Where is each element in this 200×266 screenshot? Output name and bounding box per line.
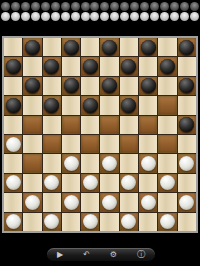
white-tray-piece — [170, 12, 179, 21]
black-tray-piece — [21, 2, 30, 11]
square-32[interactable] — [62, 154, 80, 172]
square-13[interactable] — [100, 77, 118, 95]
black-tray-piece — [31, 2, 40, 11]
black-tray-piece — [140, 2, 149, 11]
light-square-r4c10 — [178, 96, 196, 114]
light-square-r10c4 — [62, 213, 80, 231]
black-man[interactable] — [6, 98, 21, 113]
piece-trays — [0, 2, 200, 22]
black-man[interactable] — [64, 40, 79, 55]
black-man[interactable] — [25, 40, 40, 55]
black-tray-piece — [1, 2, 10, 11]
white-tray-piece — [160, 12, 169, 21]
black-man[interactable] — [179, 117, 194, 132]
white-man[interactable] — [25, 195, 40, 210]
light-square-r5c5 — [81, 116, 99, 134]
square-34[interactable] — [139, 154, 157, 172]
light-square-r2c8 — [139, 57, 157, 75]
square-19[interactable] — [120, 96, 138, 114]
white-man[interactable] — [102, 156, 117, 171]
light-square-r10c10 — [178, 213, 196, 231]
square-30[interactable] — [158, 135, 176, 153]
white-tray-piece — [71, 12, 80, 21]
black-tray-piece — [100, 2, 109, 11]
white-tray-piece — [21, 12, 30, 21]
square-12[interactable] — [62, 77, 80, 95]
black-man[interactable] — [141, 40, 156, 55]
black-man[interactable] — [64, 78, 79, 93]
black-man[interactable] — [102, 40, 117, 55]
square-44[interactable] — [139, 193, 157, 211]
black-tray-piece — [61, 2, 70, 11]
white-man[interactable] — [83, 214, 98, 229]
light-square-r9c1 — [4, 193, 22, 211]
toolbar: ▶↶⚙ⓘ — [47, 248, 155, 261]
black-man[interactable] — [121, 59, 136, 74]
white-tray-piece — [120, 12, 129, 21]
square-22[interactable] — [62, 116, 80, 134]
light-square-r2c4 — [62, 57, 80, 75]
square-27[interactable] — [43, 135, 61, 153]
light-square-r1c7 — [120, 38, 138, 56]
black-tray-piece — [180, 2, 189, 11]
light-square-r4c6 — [100, 96, 118, 114]
white-man[interactable] — [179, 156, 194, 171]
info-button[interactable]: ⓘ — [137, 251, 145, 259]
black-man[interactable] — [141, 78, 156, 93]
light-square-r8c10 — [178, 174, 196, 192]
white-man[interactable] — [6, 214, 21, 229]
square-47[interactable] — [43, 213, 61, 231]
square-42[interactable] — [62, 193, 80, 211]
black-man[interactable] — [83, 98, 98, 113]
light-square-r6c6 — [100, 135, 118, 153]
square-25[interactable] — [178, 116, 196, 134]
white-tray-piece — [31, 12, 40, 21]
square-33[interactable] — [100, 154, 118, 172]
white-man[interactable] — [160, 214, 175, 229]
light-square-r7c5 — [81, 154, 99, 172]
square-1[interactable] — [23, 38, 41, 56]
square-7[interactable] — [43, 57, 61, 75]
black-man[interactable] — [83, 59, 98, 74]
settings-icon: ⚙ — [110, 250, 117, 258]
square-15[interactable] — [178, 77, 196, 95]
white-tray-piece — [140, 12, 149, 21]
light-square-r6c2 — [23, 135, 41, 153]
light-square-r8c4 — [62, 174, 80, 192]
tray-white — [0, 12, 200, 22]
black-tray-piece — [170, 2, 179, 11]
light-square-r5c1 — [4, 116, 22, 134]
square-10[interactable] — [158, 57, 176, 75]
undo-icon: ↶ — [83, 250, 90, 258]
square-21[interactable] — [23, 116, 41, 134]
light-square-r2c2 — [23, 57, 41, 75]
light-square-r7c9 — [158, 154, 176, 172]
black-man[interactable] — [44, 98, 59, 113]
square-6[interactable] — [4, 57, 22, 75]
info-icon: ⓘ — [137, 250, 145, 258]
light-square-r10c8 — [139, 213, 157, 231]
white-tray-piece — [1, 12, 10, 21]
light-square-r3c7 — [120, 77, 138, 95]
light-square-r6c4 — [62, 135, 80, 153]
square-5[interactable] — [178, 38, 196, 56]
light-square-r8c8 — [139, 174, 157, 192]
black-man[interactable] — [179, 40, 194, 55]
square-20[interactable] — [158, 96, 176, 114]
square-8[interactable] — [81, 57, 99, 75]
light-square-r9c9 — [158, 193, 176, 211]
square-23[interactable] — [100, 116, 118, 134]
white-tray-piece — [130, 12, 139, 21]
square-16[interactable] — [4, 96, 22, 114]
light-square-r4c2 — [23, 96, 41, 114]
light-square-r4c4 — [62, 96, 80, 114]
light-square-r1c3 — [43, 38, 61, 56]
black-man[interactable] — [121, 98, 136, 113]
white-man[interactable] — [44, 214, 59, 229]
square-45[interactable] — [178, 193, 196, 211]
square-49[interactable] — [120, 213, 138, 231]
light-square-r6c8 — [139, 135, 157, 153]
draughts-board[interactable] — [2, 36, 198, 233]
white-man[interactable] — [64, 195, 79, 210]
white-tray-piece — [150, 12, 159, 21]
square-14[interactable] — [139, 77, 157, 95]
white-man[interactable] — [83, 175, 98, 190]
square-26[interactable] — [4, 135, 22, 153]
black-tray-piece — [150, 2, 159, 11]
square-28[interactable] — [81, 135, 99, 153]
app-screen: ▶↶⚙ⓘ — [0, 0, 200, 266]
light-square-r3c1 — [4, 77, 22, 95]
black-tray-piece — [51, 2, 60, 11]
black-tray-piece — [110, 2, 119, 11]
play-button[interactable]: ▶ — [57, 251, 63, 259]
white-man[interactable] — [44, 175, 59, 190]
square-43[interactable] — [100, 193, 118, 211]
light-square-r3c5 — [81, 77, 99, 95]
square-38[interactable] — [81, 174, 99, 192]
square-39[interactable] — [120, 174, 138, 192]
white-man[interactable] — [141, 195, 156, 210]
black-tray-piece — [11, 2, 20, 11]
light-square-r10c6 — [100, 213, 118, 231]
light-square-r7c7 — [120, 154, 138, 172]
white-man[interactable] — [6, 137, 21, 152]
square-46[interactable] — [4, 213, 22, 231]
white-tray-piece — [100, 12, 109, 21]
black-tray-piece — [90, 2, 99, 11]
settings-button[interactable]: ⚙ — [110, 251, 117, 259]
white-man[interactable] — [179, 195, 194, 210]
light-square-r9c7 — [120, 193, 138, 211]
white-tray-piece — [61, 12, 70, 21]
light-square-r10c2 — [23, 213, 41, 231]
square-40[interactable] — [158, 174, 176, 192]
square-36[interactable] — [4, 174, 22, 192]
square-11[interactable] — [23, 77, 41, 95]
play-icon: ▶ — [57, 250, 63, 258]
black-man[interactable] — [44, 59, 59, 74]
square-3[interactable] — [100, 38, 118, 56]
light-square-r6c10 — [178, 135, 196, 153]
light-square-r9c3 — [43, 193, 61, 211]
white-tray-piece — [110, 12, 119, 21]
black-tray-piece — [120, 2, 129, 11]
white-tray-piece — [11, 12, 20, 21]
light-square-r2c10 — [178, 57, 196, 75]
light-square-r1c5 — [81, 38, 99, 56]
black-man[interactable] — [102, 78, 117, 93]
light-square-r3c9 — [158, 77, 176, 95]
square-24[interactable] — [139, 116, 157, 134]
light-square-r1c9 — [158, 38, 176, 56]
light-square-r8c2 — [23, 174, 41, 192]
black-man[interactable] — [179, 78, 194, 93]
square-29[interactable] — [120, 135, 138, 153]
black-man[interactable] — [6, 59, 21, 74]
white-man[interactable] — [102, 195, 117, 210]
white-man[interactable] — [6, 175, 21, 190]
square-50[interactable] — [158, 213, 176, 231]
light-square-r2c6 — [100, 57, 118, 75]
square-18[interactable] — [81, 96, 99, 114]
black-tray-piece — [160, 2, 169, 11]
square-9[interactable] — [120, 57, 138, 75]
square-2[interactable] — [62, 38, 80, 56]
square-35[interactable] — [178, 154, 196, 172]
white-tray-piece — [190, 12, 199, 21]
white-tray-piece — [180, 12, 189, 21]
square-37[interactable] — [43, 174, 61, 192]
white-tray-piece — [51, 12, 60, 21]
white-man[interactable] — [64, 156, 79, 171]
black-man[interactable] — [25, 78, 40, 93]
black-tray-piece — [71, 2, 80, 11]
light-square-r5c9 — [158, 116, 176, 134]
white-man[interactable] — [121, 175, 136, 190]
tray-black — [0, 2, 200, 12]
light-square-r4c8 — [139, 96, 157, 114]
light-square-r5c7 — [120, 116, 138, 134]
square-48[interactable] — [81, 213, 99, 231]
light-square-r5c3 — [43, 116, 61, 134]
square-17[interactable] — [43, 96, 61, 114]
black-tray-piece — [190, 2, 199, 11]
white-man[interactable] — [141, 156, 156, 171]
light-square-r1c1 — [4, 38, 22, 56]
square-41[interactable] — [23, 193, 41, 211]
black-tray-piece — [130, 2, 139, 11]
white-tray-piece — [90, 12, 99, 21]
light-square-r7c3 — [43, 154, 61, 172]
white-tray-piece — [81, 12, 90, 21]
light-square-r7c1 — [4, 154, 22, 172]
light-square-r9c5 — [81, 193, 99, 211]
black-tray-piece — [41, 2, 50, 11]
white-tray-piece — [41, 12, 50, 21]
black-man[interactable] — [160, 59, 175, 74]
undo-button[interactable]: ↶ — [83, 251, 90, 259]
light-square-r8c6 — [100, 174, 118, 192]
black-tray-piece — [81, 2, 90, 11]
white-man[interactable] — [160, 175, 175, 190]
square-31[interactable] — [23, 154, 41, 172]
light-square-r3c3 — [43, 77, 61, 95]
square-4[interactable] — [139, 38, 157, 56]
white-man[interactable] — [121, 214, 136, 229]
